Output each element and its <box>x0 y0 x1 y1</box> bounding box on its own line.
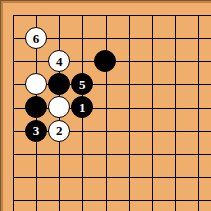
black-stone: 1 <box>71 96 93 118</box>
black-stone: 5 <box>71 73 93 95</box>
move-number: 6 <box>33 32 40 45</box>
move-number: 3 <box>33 124 40 137</box>
move-number: 2 <box>56 124 63 137</box>
white-stone: 4 <box>48 50 70 72</box>
board-grid: 645132 <box>1 3 209 211</box>
white-stone: 6 <box>25 27 47 49</box>
black-stone <box>48 73 70 95</box>
board-edge-left-mid <box>1 1 3 211</box>
black-stone <box>94 50 116 72</box>
board-edge-top-mid <box>1 1 211 3</box>
white-stone: 2 <box>48 120 70 142</box>
move-number: 4 <box>56 55 63 68</box>
black-stone <box>25 96 47 118</box>
go-board-diagram: 645132 <box>0 0 211 211</box>
move-number: 5 <box>79 78 86 91</box>
white-stone <box>48 96 70 118</box>
white-stone <box>25 73 47 95</box>
black-stone: 3 <box>25 120 47 142</box>
move-number: 1 <box>79 101 86 114</box>
